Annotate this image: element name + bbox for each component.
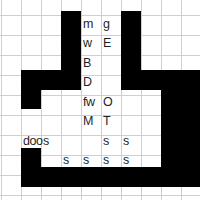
black-cell-r7c1 — [21, 148, 41, 168]
letter-cell-r6c6[interactable]: s — [121, 128, 141, 148]
black-cell-r8c1 — [21, 167, 41, 187]
letter-cell-r5c5[interactable]: T — [101, 109, 121, 129]
letter-cell-r4c4[interactable]: fw — [81, 89, 101, 109]
black-cell-r3c8 — [161, 70, 181, 90]
black-cell-r5c9 — [181, 109, 200, 129]
black-cell-r3c6 — [121, 70, 141, 90]
black-cell-r3c2 — [41, 70, 61, 90]
black-cell-r1c3 — [61, 31, 81, 51]
letter-cell-r6c2[interactable]: s — [41, 128, 61, 148]
letter-cell-r7c4[interactable]: s — [81, 148, 101, 168]
black-cell-r3c7 — [141, 70, 161, 90]
letter-cell-r3c4[interactable]: D — [81, 70, 101, 90]
black-cell-r1c6 — [121, 31, 141, 51]
letter-cell-r5c4[interactable]: M — [81, 109, 101, 129]
black-cell-r2c3 — [61, 50, 81, 70]
black-cell-r4c9 — [181, 89, 200, 109]
black-cell-r8c3 — [61, 167, 81, 187]
black-cell-r8c9 — [181, 167, 200, 187]
black-cell-r7c8 — [161, 148, 181, 168]
letter-cell-r6c1[interactable]: doo — [21, 128, 41, 148]
letter-cell-r0c4[interactable]: m — [81, 11, 101, 31]
letter-cell-r2c4[interactable]: B — [81, 50, 101, 70]
black-cell-r8c5 — [101, 167, 121, 187]
letter-cell-r1c5[interactable]: E — [101, 31, 121, 51]
letter-cell-r1c4[interactable]: w — [81, 31, 101, 51]
letter-cell-r7c5[interactable]: s — [101, 148, 121, 168]
puzzle-screenshot: mgwEBDfwOMTdoosssssss — [0, 0, 200, 200]
letter-cell-r7c3[interactable]: s — [61, 148, 81, 168]
black-cell-r8c7 — [141, 167, 161, 187]
black-cell-r6c8 — [161, 128, 181, 148]
letter-cell-r0c5[interactable]: g — [101, 11, 121, 31]
black-cell-r3c3 — [61, 70, 81, 90]
black-cell-r0c3 — [61, 11, 81, 31]
black-cell-r4c1 — [21, 89, 41, 109]
black-cell-r2c6 — [121, 50, 141, 70]
letter-cell-r7c6[interactable]: s — [121, 148, 141, 168]
letter-cell-r6c5[interactable]: s — [101, 128, 121, 148]
black-cell-r7c9 — [181, 148, 200, 168]
black-cell-r8c8 — [161, 167, 181, 187]
black-cell-r8c2 — [41, 167, 61, 187]
black-cell-r5c8 — [161, 109, 181, 129]
puzzle-board: mgwEBDfwOMTdoosssssss — [0, 0, 200, 200]
black-cell-r3c9 — [181, 70, 200, 90]
black-cell-r8c6 — [121, 167, 141, 187]
black-cell-r4c8 — [161, 89, 181, 109]
black-cell-r8c4 — [81, 167, 101, 187]
black-cell-r6c9 — [181, 128, 200, 148]
letter-cell-r4c5[interactable]: O — [101, 89, 121, 109]
black-cell-r0c6 — [121, 11, 141, 31]
black-cell-r3c1 — [21, 70, 41, 90]
